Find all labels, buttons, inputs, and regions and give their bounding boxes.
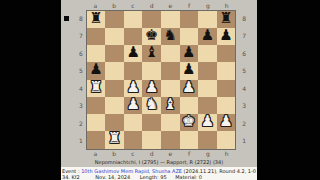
file-label-e: e xyxy=(161,150,180,157)
file-label-h: h xyxy=(217,150,236,157)
file-label-b: b xyxy=(105,150,124,157)
rank-label-3: 3 xyxy=(236,97,257,115)
square-h3[interactable] xyxy=(217,97,236,114)
square-g2[interactable]: ♟ xyxy=(198,114,217,131)
piece-white-rook[interactable]: ♜ xyxy=(89,80,102,95)
rank-label-6: 6 xyxy=(236,45,257,63)
piece-white-pawn[interactable]: ♟ xyxy=(126,80,139,95)
piece-black-pawn[interactable]: ♟ xyxy=(219,28,232,43)
square-g8[interactable] xyxy=(198,11,217,28)
square-a2[interactable] xyxy=(87,114,106,131)
square-g6[interactable] xyxy=(198,45,217,62)
square-g1[interactable] xyxy=(198,131,217,148)
piece-white-pawn[interactable]: ♟ xyxy=(219,114,232,129)
square-b3[interactable] xyxy=(105,97,124,114)
piece-black-rook[interactable]: ♜ xyxy=(219,11,232,26)
piece-black-pawn[interactable]: ♟ xyxy=(182,45,195,60)
file-label-h: h xyxy=(217,2,236,10)
square-b4[interactable] xyxy=(105,80,124,97)
rank-label-1: 1 xyxy=(61,132,86,150)
rank-label-5: 5 xyxy=(236,62,257,80)
square-a1[interactable] xyxy=(87,131,106,148)
file-label-f: f xyxy=(180,2,199,10)
square-c6[interactable]: ♟ xyxy=(124,45,143,62)
file-label-g: g xyxy=(199,2,218,10)
file-labels-top: abcdefgh xyxy=(86,0,236,10)
players-line: Nepomniachtchi, I (2795) — Rapport, R (2… xyxy=(61,159,257,165)
square-f3[interactable] xyxy=(180,97,199,114)
piece-white-pawn[interactable]: ♟ xyxy=(182,80,195,95)
rank-label-5: 5 xyxy=(61,62,86,80)
square-d3[interactable]: ♞ xyxy=(142,97,161,114)
file-label-d: d xyxy=(142,2,161,10)
game-length: Length: 95 xyxy=(140,174,167,180)
square-h1[interactable] xyxy=(217,131,236,148)
square-c2[interactable] xyxy=(124,114,143,131)
square-e8[interactable] xyxy=(161,11,180,28)
chess-board[interactable]: ♜♜♚♞♟♟♟♝♟♟♟♜♟♟♟♟♞♝♚♟♟♜ xyxy=(86,10,236,150)
square-b2[interactable] xyxy=(105,114,124,131)
square-a6[interactable] xyxy=(87,45,106,62)
square-d6[interactable]: ♝ xyxy=(142,45,161,62)
piece-white-bishop[interactable]: ♝ xyxy=(164,97,177,112)
file-label-f: f xyxy=(180,150,199,157)
current-move: 34. Kf2 xyxy=(62,174,80,180)
square-h6[interactable] xyxy=(217,45,236,62)
square-e7[interactable]: ♞ xyxy=(161,28,180,45)
square-a3[interactable] xyxy=(87,97,106,114)
rank-label-2: 2 xyxy=(61,115,86,133)
square-f7[interactable] xyxy=(180,28,199,45)
square-b6[interactable] xyxy=(105,45,124,62)
square-c3[interactable]: ♟ xyxy=(124,97,143,114)
square-a7[interactable] xyxy=(87,28,106,45)
square-g5[interactable] xyxy=(198,62,217,79)
file-label-a: a xyxy=(86,150,105,157)
piece-white-pawn[interactable]: ♟ xyxy=(145,80,158,95)
file-label-a: a xyxy=(86,2,105,10)
square-h5[interactable] xyxy=(217,62,236,79)
piece-white-pawn[interactable]: ♟ xyxy=(201,114,214,129)
square-a4[interactable]: ♜ xyxy=(87,80,106,97)
square-e2[interactable] xyxy=(161,114,180,131)
square-a8[interactable]: ♜ xyxy=(87,11,106,28)
chess-gui: abcdefgh 87654321 ♜♜♚♞♟♟♟♝♟♟♟♜♟♟♟♟♞♝♚♟♟♜… xyxy=(61,0,257,180)
square-f1[interactable] xyxy=(180,131,199,148)
rank-label-6: 6 xyxy=(61,45,86,63)
square-g3[interactable] xyxy=(198,97,217,114)
piece-black-pawn[interactable]: ♟ xyxy=(201,28,214,43)
material-balance: Material: 0 xyxy=(175,174,202,180)
file-label-c: c xyxy=(124,150,143,157)
square-c7[interactable] xyxy=(124,28,143,45)
square-d5[interactable] xyxy=(142,62,161,79)
file-label-d: d xyxy=(142,150,161,157)
square-c1[interactable] xyxy=(124,131,143,148)
piece-black-bishop[interactable]: ♝ xyxy=(145,45,158,60)
square-b8[interactable] xyxy=(105,11,124,28)
square-f5[interactable]: ♟ xyxy=(180,62,199,79)
square-f4[interactable]: ♟ xyxy=(180,80,199,97)
file-label-g: g xyxy=(199,150,218,157)
rank-label-3: 3 xyxy=(61,97,86,115)
game-date: Nov. 14, 2024 xyxy=(95,174,130,180)
square-h4[interactable] xyxy=(217,80,236,97)
square-f8[interactable] xyxy=(180,11,199,28)
rank-label-1: 1 xyxy=(236,132,257,150)
piece-black-knight[interactable]: ♞ xyxy=(164,28,177,43)
board-area: 87654321 ♜♜♚♞♟♟♟♝♟♟♟♜♟♟♟♟♞♝♚♟♟♜ 87654321 xyxy=(61,10,257,150)
square-g4[interactable] xyxy=(198,80,217,97)
rank-label-4: 4 xyxy=(236,80,257,98)
piece-black-rook[interactable]: ♜ xyxy=(89,11,102,26)
piece-black-pawn[interactable]: ♟ xyxy=(126,45,139,60)
piece-black-pawn[interactable]: ♟ xyxy=(182,62,195,77)
square-c5[interactable] xyxy=(124,62,143,79)
square-f2[interactable]: ♚ xyxy=(180,114,199,131)
piece-white-pawn[interactable]: ♟ xyxy=(126,97,139,112)
square-d4[interactable]: ♟ xyxy=(142,80,161,97)
square-c8[interactable] xyxy=(124,11,143,28)
square-e6[interactable] xyxy=(161,45,180,62)
piece-white-king[interactable]: ♚ xyxy=(182,114,195,129)
square-e3[interactable]: ♝ xyxy=(161,97,180,114)
pillarbox-left xyxy=(0,0,61,180)
pillarbox-right xyxy=(257,0,320,180)
stats-line: 34. Kf2 Nov. 14, 2024 Length: 95 Materia… xyxy=(62,174,255,180)
square-c4[interactable]: ♟ xyxy=(124,80,143,97)
file-label-b: b xyxy=(105,2,124,10)
piece-black-king[interactable]: ♚ xyxy=(145,28,158,43)
rank-label-2: 2 xyxy=(236,115,257,133)
side-to-move-indicator-black xyxy=(64,16,69,21)
file-label-e: e xyxy=(161,2,180,10)
piece-black-pawn[interactable]: ♟ xyxy=(89,62,102,77)
rank-label-8: 8 xyxy=(236,10,257,28)
square-e4[interactable] xyxy=(161,80,180,97)
square-g7[interactable]: ♟ xyxy=(198,28,217,45)
square-d8[interactable] xyxy=(142,11,161,28)
square-e5[interactable] xyxy=(161,62,180,79)
file-labels-bottom: abcdefgh xyxy=(86,150,236,157)
rank-labels-right: 87654321 xyxy=(236,10,257,150)
square-e1[interactable] xyxy=(161,131,180,148)
square-a5[interactable]: ♟ xyxy=(87,62,106,79)
square-h8[interactable]: ♜ xyxy=(217,11,236,28)
square-h7[interactable]: ♟ xyxy=(217,28,236,45)
rank-label-4: 4 xyxy=(61,80,86,98)
square-h2[interactable]: ♟ xyxy=(217,114,236,131)
piece-white-rook[interactable]: ♜ xyxy=(108,131,121,146)
square-b7[interactable] xyxy=(105,28,124,45)
piece-white-knight[interactable]: ♞ xyxy=(145,97,158,112)
game-info-panel: Event : 10th Gashimov Mem Rapid, Shusha … xyxy=(61,167,257,180)
square-b5[interactable] xyxy=(105,62,124,79)
square-b1[interactable]: ♜ xyxy=(105,131,124,148)
file-label-c: c xyxy=(124,2,143,10)
rank-label-7: 7 xyxy=(61,27,86,45)
rank-labels-left: 87654321 xyxy=(61,10,86,150)
rank-label-7: 7 xyxy=(236,27,257,45)
square-f6[interactable]: ♟ xyxy=(180,45,199,62)
video-frame: abcdefgh 87654321 ♜♜♚♞♟♟♟♝♟♟♟♜♟♟♟♟♞♝♚♟♟♜… xyxy=(0,0,320,180)
square-d7[interactable]: ♚ xyxy=(142,28,161,45)
square-d2[interactable] xyxy=(142,114,161,131)
square-d1[interactable] xyxy=(142,131,161,148)
